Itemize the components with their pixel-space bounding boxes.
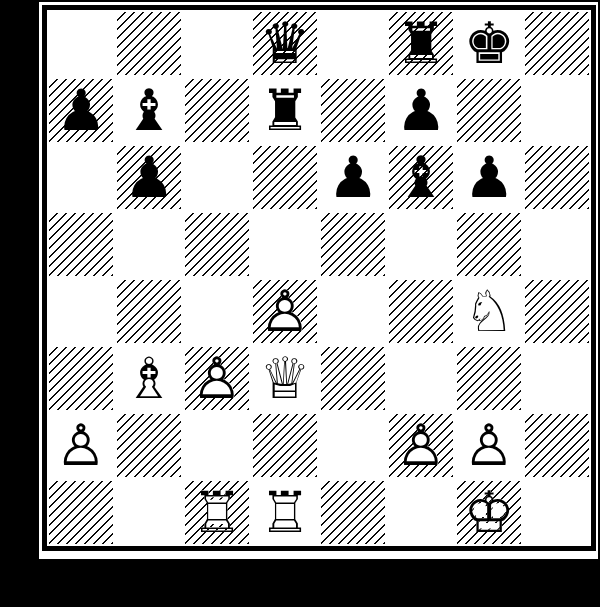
square-a3[interactable] (47, 345, 115, 412)
white-pawn-fill: ♟ (455, 412, 523, 479)
square-c6[interactable] (183, 144, 251, 211)
square-a8[interactable] (47, 10, 115, 77)
white-rook-fill: ♜ (251, 479, 319, 546)
square-c2[interactable] (183, 412, 251, 479)
black-rook-d7: ♜ (251, 77, 319, 144)
black-king-g8: ♚ (455, 10, 523, 77)
square-h8[interactable] (523, 10, 591, 77)
chess-board: ♛♜♚♟♝♜♟♟♟♝♟♟♙♞♘♝♗♟♙♛♕♟♙♟♙♟♙♜♖♜♖♚♔ (42, 5, 596, 551)
square-g4[interactable]: ♞♘ (455, 278, 523, 345)
square-a1[interactable] (47, 479, 115, 546)
square-c5[interactable] (183, 211, 251, 278)
square-c4[interactable] (183, 278, 251, 345)
square-f3[interactable] (387, 345, 455, 412)
white-knight-fill: ♞ (455, 278, 523, 345)
black-bishop-b7: ♝ (115, 77, 183, 144)
white-king-fill: ♚ (455, 479, 523, 546)
white-rook-c1: ♖ (183, 479, 251, 546)
square-e1[interactable] (319, 479, 387, 546)
square-f5[interactable] (387, 211, 455, 278)
square-f4[interactable] (387, 278, 455, 345)
square-f2[interactable]: ♟♙ (387, 412, 455, 479)
square-c3[interactable]: ♟♙ (183, 345, 251, 412)
square-h5[interactable] (523, 211, 591, 278)
white-queen-d3: ♕ (251, 345, 319, 412)
square-b3[interactable]: ♝♗ (115, 345, 183, 412)
white-bishop-fill: ♝ (115, 345, 183, 412)
square-g3[interactable] (455, 345, 523, 412)
square-a4[interactable] (47, 278, 115, 345)
black-pawn-f7: ♟ (387, 77, 455, 144)
square-e5[interactable] (319, 211, 387, 278)
square-g7[interactable] (455, 77, 523, 144)
square-e8[interactable] (319, 10, 387, 77)
square-d6[interactable] (251, 144, 319, 211)
square-h2[interactable] (523, 412, 591, 479)
square-h6[interactable] (523, 144, 591, 211)
square-e2[interactable] (319, 412, 387, 479)
white-bishop-b3: ♗ (115, 345, 183, 412)
square-d5[interactable] (251, 211, 319, 278)
square-h3[interactable] (523, 345, 591, 412)
square-d3[interactable]: ♛♕ (251, 345, 319, 412)
square-f8[interactable]: ♜ (387, 10, 455, 77)
square-g2[interactable]: ♟♙ (455, 412, 523, 479)
square-c7[interactable] (183, 77, 251, 144)
white-rook-fill: ♜ (183, 479, 251, 546)
square-b1[interactable] (115, 479, 183, 546)
white-pawn-a2: ♙ (47, 412, 115, 479)
square-h7[interactable] (523, 77, 591, 144)
square-b2[interactable] (115, 412, 183, 479)
white-pawn-fill: ♟ (47, 412, 115, 479)
white-pawn-c3: ♙ (183, 345, 251, 412)
square-b7[interactable]: ♝ (115, 77, 183, 144)
square-g1[interactable]: ♚♔ (455, 479, 523, 546)
square-g8[interactable]: ♚ (455, 10, 523, 77)
page-background: ♛♜♚♟♝♜♟♟♟♝♟♟♙♞♘♝♗♟♙♛♕♟♙♟♙♟♙♜♖♜♖♚♔ (0, 0, 600, 607)
square-d4[interactable]: ♟♙ (251, 278, 319, 345)
white-pawn-fill: ♟ (387, 412, 455, 479)
square-d8[interactable]: ♛ (251, 10, 319, 77)
white-pawn-fill: ♟ (251, 278, 319, 345)
black-queen-d8: ♛ (251, 10, 319, 77)
black-pawn-b6: ♟ (115, 144, 183, 211)
square-f1[interactable] (387, 479, 455, 546)
square-d1[interactable]: ♜♖ (251, 479, 319, 546)
square-e7[interactable] (319, 77, 387, 144)
square-d7[interactable]: ♜ (251, 77, 319, 144)
square-f6[interactable]: ♝ (387, 144, 455, 211)
square-h1[interactable] (523, 479, 591, 546)
black-pawn-a7: ♟ (47, 77, 115, 144)
black-pawn-g6: ♟ (455, 144, 523, 211)
square-b5[interactable] (115, 211, 183, 278)
white-pawn-d4: ♙ (251, 278, 319, 345)
square-e6[interactable]: ♟ (319, 144, 387, 211)
square-g6[interactable]: ♟ (455, 144, 523, 211)
square-c8[interactable] (183, 10, 251, 77)
black-rook-f8: ♜ (387, 10, 455, 77)
square-a2[interactable]: ♟♙ (47, 412, 115, 479)
square-b6[interactable]: ♟ (115, 144, 183, 211)
white-pawn-f2: ♙ (387, 412, 455, 479)
square-a5[interactable] (47, 211, 115, 278)
square-g5[interactable] (455, 211, 523, 278)
square-e3[interactable] (319, 345, 387, 412)
white-knight-g4: ♘ (455, 278, 523, 345)
white-queen-fill: ♛ (251, 345, 319, 412)
square-b4[interactable] (115, 278, 183, 345)
black-bishop-f6: ♝ (387, 144, 455, 211)
white-king-g1: ♔ (455, 479, 523, 546)
square-a7[interactable]: ♟ (47, 77, 115, 144)
white-rook-d1: ♖ (251, 479, 319, 546)
square-c1[interactable]: ♜♖ (183, 479, 251, 546)
white-pawn-g2: ♙ (455, 412, 523, 479)
square-a6[interactable] (47, 144, 115, 211)
square-f7[interactable]: ♟ (387, 77, 455, 144)
square-d2[interactable] (251, 412, 319, 479)
square-b8[interactable] (115, 10, 183, 77)
white-pawn-fill: ♟ (183, 345, 251, 412)
square-e4[interactable] (319, 278, 387, 345)
chess-diagram: ♛♜♚♟♝♜♟♟♟♝♟♟♙♞♘♝♗♟♙♛♕♟♙♟♙♟♙♜♖♜♖♚♔ (37, 0, 600, 561)
black-pawn-e6: ♟ (319, 144, 387, 211)
square-h4[interactable] (523, 278, 591, 345)
